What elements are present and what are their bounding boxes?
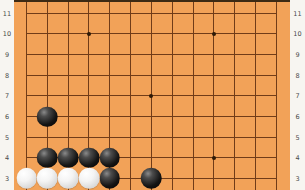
black-stone-B4	[37, 148, 58, 169]
star-point-D10	[87, 32, 91, 36]
grid-line-col-K	[213, 0, 214, 190]
grid-line-col-J	[193, 0, 194, 190]
go-board-screen: 11109876543 11109876543	[0, 0, 305, 190]
right-row-label-3: 3	[290, 176, 305, 183]
left-row-label-7: 7	[0, 93, 14, 100]
star-point-K4	[212, 156, 216, 160]
white-stone-D3	[79, 168, 100, 189]
left-row-label-4: 4	[0, 155, 14, 162]
board-top-edge	[14, 0, 290, 2]
right-row-label-11: 11	[290, 10, 305, 17]
right-row-label-10: 10	[290, 31, 305, 38]
white-stone-A3	[16, 168, 37, 189]
black-stone-E4	[100, 148, 121, 169]
grid-line-col-A	[26, 0, 27, 190]
left-row-label-3: 3	[0, 176, 14, 183]
grid-line-col-M	[255, 0, 256, 190]
right-row-label-5: 5	[290, 134, 305, 141]
left-row-label-5: 5	[0, 134, 14, 141]
black-stone-G3	[141, 168, 162, 189]
left-coordinate-margin: 11109876543	[0, 0, 14, 190]
black-stone-B6	[37, 106, 58, 127]
left-row-label-10: 10	[0, 31, 14, 38]
grid-line-col-H	[172, 0, 173, 190]
right-row-label-4: 4	[290, 155, 305, 162]
right-row-label-6: 6	[290, 114, 305, 121]
right-row-label-8: 8	[290, 72, 305, 79]
star-point-K10	[212, 32, 216, 36]
left-row-label-9: 9	[0, 52, 14, 59]
black-stone-E3	[100, 168, 121, 189]
right-coordinate-margin: 11109876543	[290, 0, 305, 190]
white-stone-B3	[37, 168, 58, 189]
white-stone-C3	[58, 168, 79, 189]
grid-line-col-N	[276, 0, 277, 190]
left-row-label-6: 6	[0, 114, 14, 121]
black-stone-D4	[79, 148, 100, 169]
right-row-label-7: 7	[290, 93, 305, 100]
go-board[interactable]	[14, 0, 290, 190]
grid-line-col-F	[130, 0, 131, 190]
left-row-label-11: 11	[0, 10, 14, 17]
black-stone-C4	[58, 148, 79, 169]
left-row-label-8: 8	[0, 72, 14, 79]
grid-line-col-L	[234, 0, 235, 190]
star-point-G7	[149, 94, 153, 98]
right-row-label-9: 9	[290, 52, 305, 59]
